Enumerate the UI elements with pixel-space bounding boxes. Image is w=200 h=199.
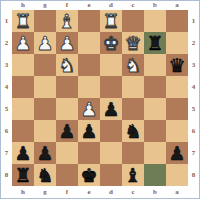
- square-d1[interactable]: ♜: [100, 10, 122, 32]
- file-label: a: [166, 186, 188, 198]
- square-a1[interactable]: [166, 10, 188, 32]
- square-e1[interactable]: [78, 10, 100, 32]
- square-d6[interactable]: [100, 120, 122, 142]
- square-b2[interactable]: ♜: [144, 32, 166, 54]
- rank-label: 1: [1, 10, 12, 32]
- square-a6[interactable]: [166, 120, 188, 142]
- chess-board: hgfedcba1♜♝♜12♟♟♟♚♛♜23♞♞♛3445♟♟56♟♟♞67♟♟…: [1, 1, 199, 198]
- rank-label: 7: [188, 142, 199, 164]
- square-c8[interactable]: ♝: [122, 164, 144, 186]
- rank-label: 7: [1, 142, 12, 164]
- corner-spacer: [1, 186, 12, 198]
- square-c2[interactable]: ♛: [122, 32, 144, 54]
- black-knight[interactable]: ♞: [36, 164, 53, 186]
- black-queen[interactable]: ♛: [168, 54, 185, 76]
- square-e5[interactable]: ♟: [78, 98, 100, 120]
- square-e3[interactable]: [78, 54, 100, 76]
- rank-label: 8: [188, 164, 199, 186]
- black-pawn[interactable]: ♟: [58, 120, 75, 142]
- file-label: c: [122, 186, 144, 198]
- black-knight[interactable]: ♞: [124, 120, 141, 142]
- rank-label: 2: [1, 32, 12, 54]
- square-f6[interactable]: ♟: [56, 120, 78, 142]
- file-label: d: [100, 1, 122, 10]
- file-label: h: [12, 1, 34, 10]
- square-b4[interactable]: [144, 76, 166, 98]
- rank-label: 2: [188, 32, 199, 54]
- black-pawn[interactable]: ♟: [168, 142, 185, 164]
- square-c6[interactable]: ♞: [122, 120, 144, 142]
- rank-label: 6: [188, 120, 199, 142]
- square-c4[interactable]: [122, 76, 144, 98]
- black-pawn[interactable]: ♟: [14, 142, 31, 164]
- square-g2[interactable]: ♟: [34, 32, 56, 54]
- square-e2[interactable]: [78, 32, 100, 54]
- square-e6[interactable]: ♟: [78, 120, 100, 142]
- square-c3[interactable]: ♞: [122, 54, 144, 76]
- square-a4[interactable]: [166, 76, 188, 98]
- file-label: b: [144, 1, 166, 10]
- square-g6[interactable]: [34, 120, 56, 142]
- square-f2[interactable]: ♟: [56, 32, 78, 54]
- black-pawn[interactable]: ♟: [80, 120, 97, 142]
- square-f1[interactable]: ♝: [56, 10, 78, 32]
- square-g1[interactable]: [34, 10, 56, 32]
- square-g7[interactable]: ♟: [34, 142, 56, 164]
- black-pawn[interactable]: ♟: [36, 142, 53, 164]
- rank-label: 3: [1, 54, 12, 76]
- white-rook[interactable]: ♜: [102, 10, 119, 32]
- square-b5[interactable]: [144, 98, 166, 120]
- file-label: f: [56, 186, 78, 198]
- corner-spacer: [1, 1, 12, 10]
- black-pawn[interactable]: ♟: [102, 98, 119, 120]
- square-g8[interactable]: ♞: [34, 164, 56, 186]
- square-f7[interactable]: [56, 142, 78, 164]
- rank-label: 3: [188, 54, 199, 76]
- square-c5[interactable]: [122, 98, 144, 120]
- square-b3[interactable]: [144, 54, 166, 76]
- file-label: b: [144, 186, 166, 198]
- corner-spacer: [188, 1, 199, 10]
- square-h3[interactable]: [12, 54, 34, 76]
- square-h7[interactable]: ♟: [12, 142, 34, 164]
- square-e4[interactable]: [78, 76, 100, 98]
- file-label: h: [12, 186, 34, 198]
- black-rook[interactable]: ♜: [14, 164, 31, 186]
- square-a8[interactable]: [166, 164, 188, 186]
- white-knight[interactable]: ♞: [124, 54, 141, 76]
- square-h6[interactable]: [12, 120, 34, 142]
- white-knight[interactable]: ♞: [58, 54, 75, 76]
- file-label: g: [34, 186, 56, 198]
- rank-label: 5: [1, 98, 12, 120]
- square-h5[interactable]: [12, 98, 34, 120]
- square-b7[interactable]: [144, 142, 166, 164]
- white-queen[interactable]: ♛: [124, 32, 141, 54]
- file-label: c: [122, 1, 144, 10]
- rank-label: 5: [188, 98, 199, 120]
- white-pawn[interactable]: ♟: [58, 32, 75, 54]
- square-a3[interactable]: ♛: [166, 54, 188, 76]
- square-f5[interactable]: [56, 98, 78, 120]
- square-h8[interactable]: ♜: [12, 164, 34, 186]
- chess-board-frame: hgfedcba1♜♝♜12♟♟♟♚♛♜23♞♞♛3445♟♟56♟♟♞67♟♟…: [0, 0, 200, 199]
- square-d2[interactable]: ♚: [100, 32, 122, 54]
- white-pawn[interactable]: ♟: [80, 98, 97, 120]
- square-a2[interactable]: [166, 32, 188, 54]
- square-a5[interactable]: [166, 98, 188, 120]
- square-g4[interactable]: [34, 76, 56, 98]
- file-label: e: [78, 186, 100, 198]
- white-king[interactable]: ♚: [102, 32, 119, 54]
- white-bishop[interactable]: ♝: [58, 10, 75, 32]
- corner-spacer: [188, 186, 199, 198]
- white-rook[interactable]: ♜: [14, 10, 31, 32]
- square-g5[interactable]: [34, 98, 56, 120]
- square-h4[interactable]: [12, 76, 34, 98]
- square-b8[interactable]: [144, 164, 166, 186]
- square-d7[interactable]: [100, 142, 122, 164]
- square-d4[interactable]: [100, 76, 122, 98]
- square-e8[interactable]: ♚: [78, 164, 100, 186]
- square-h2[interactable]: ♟: [12, 32, 34, 54]
- file-label: e: [78, 1, 100, 10]
- rank-label: 8: [1, 164, 12, 186]
- black-king[interactable]: ♚: [80, 164, 97, 186]
- black-rook[interactable]: ♜: [146, 32, 163, 54]
- square-c7[interactable]: [122, 142, 144, 164]
- rank-label: 6: [1, 120, 12, 142]
- square-g3[interactable]: [34, 54, 56, 76]
- square-d3[interactable]: [100, 54, 122, 76]
- rank-label: 1: [188, 10, 199, 32]
- black-bishop[interactable]: ♝: [124, 164, 141, 186]
- square-b6[interactable]: [144, 120, 166, 142]
- square-b1[interactable]: [144, 10, 166, 32]
- file-label: a: [166, 1, 188, 10]
- rank-label: 4: [188, 76, 199, 98]
- square-c1[interactable]: [122, 10, 144, 32]
- square-h1[interactable]: ♜: [12, 10, 34, 32]
- square-f4[interactable]: [56, 76, 78, 98]
- file-label: f: [56, 1, 78, 10]
- white-pawn[interactable]: ♟: [14, 32, 31, 54]
- file-label: d: [100, 186, 122, 198]
- square-a7[interactable]: ♟: [166, 142, 188, 164]
- rank-label: 4: [1, 76, 12, 98]
- square-f8[interactable]: [56, 164, 78, 186]
- square-f3[interactable]: ♞: [56, 54, 78, 76]
- file-label: g: [34, 1, 56, 10]
- square-e7[interactable]: [78, 142, 100, 164]
- square-d5[interactable]: ♟: [100, 98, 122, 120]
- white-pawn[interactable]: ♟: [36, 32, 53, 54]
- square-d8[interactable]: [100, 164, 122, 186]
